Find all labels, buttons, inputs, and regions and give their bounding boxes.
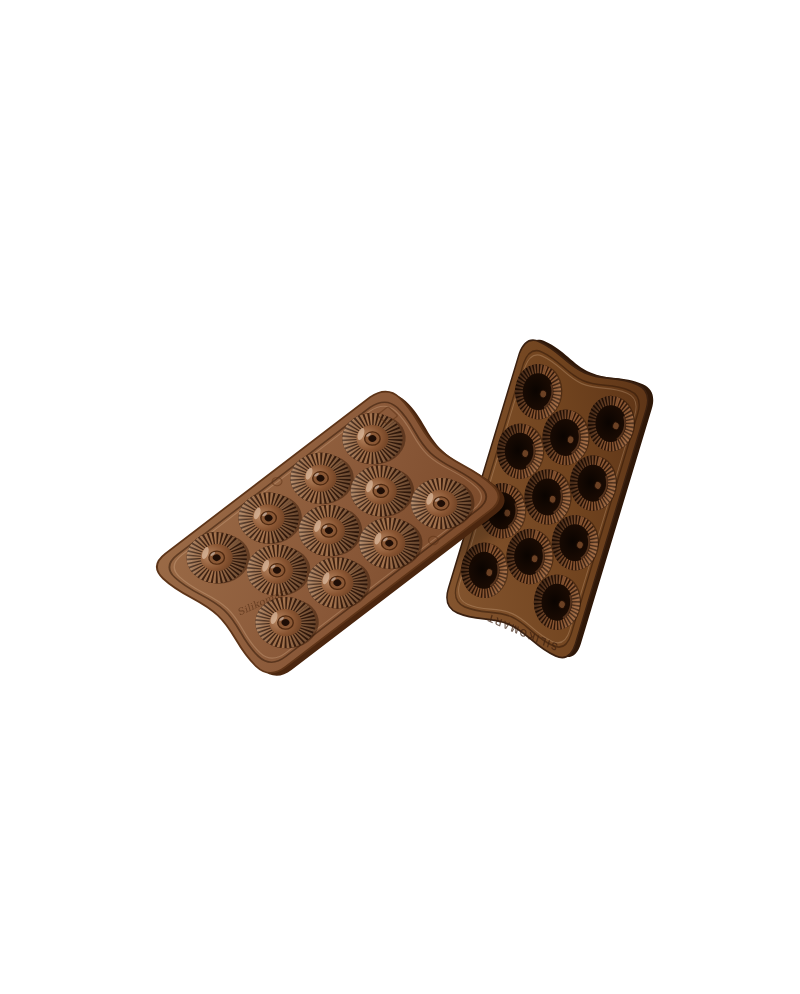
chocolate-molds-scene: SILIKOMART Silikomart <box>0 0 800 994</box>
product-photo: SILIKOMART Silikomart <box>0 0 800 994</box>
front-mold: Silikomart <box>150 384 512 684</box>
